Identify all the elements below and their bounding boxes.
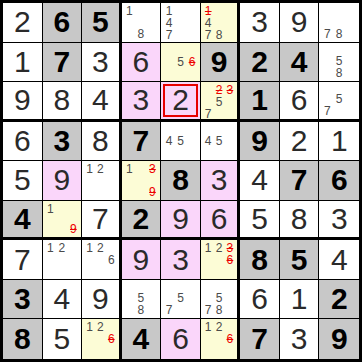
candidate-2: 2 [95,321,106,333]
empty-mark-slot [321,45,333,56]
entered-digit: 4 [251,165,268,195]
sudoku-board: 2651814714783978173656924589843223571657… [0,0,362,362]
pencil-marks: 57 [319,82,359,119]
empty-mark-slot [333,16,345,27]
cell-r4c9[interactable]: 1 [319,122,359,162]
pencil-marks: 58 [122,280,161,319]
cell-r7c2[interactable]: 12 [43,240,83,280]
cell-r9c6[interactable]: 126 [201,319,241,359]
candidate-8: 8 [214,304,225,316]
empty-mark-slot [345,55,357,67]
candidate-1: 1 [84,163,95,175]
cell-r4c7[interactable]: 9 [240,122,280,162]
cell-r8c7[interactable]: 6 [240,280,280,320]
cell-r6c5[interactable]: 9 [161,201,201,241]
entered-digit: 6 [251,284,268,314]
empty-mark-slot [106,175,117,186]
eliminated-candidate-3: 3 [224,84,235,96]
empty-mark-slot [203,266,214,277]
empty-mark-slot [186,292,198,304]
empty-mark-slot [345,105,357,117]
empty-mark-slot [124,17,136,28]
entered-digit: 9 [92,284,109,314]
cell-r9c5[interactable]: 6 [161,319,201,359]
empty-mark-slot [124,175,136,186]
cell-r9c7[interactable]: 7 [240,319,280,359]
empty-mark-slot [163,45,175,56]
cell-r1c1[interactable]: 2 [3,3,43,43]
entered-digit: 8 [92,126,109,156]
cell-r9c3[interactable]: 126 [82,319,122,359]
candidate-7: 7 [321,28,333,40]
candidate-2: 2 [95,242,106,254]
cell-r2c9[interactable]: 58 [319,43,359,83]
empty-mark-slot [68,266,80,277]
cell-r1c2[interactable]: 6 [43,3,83,43]
given-digit: 8 [14,324,31,354]
given-digit: 7 [251,324,268,354]
eliminated-candidate-9: 9 [68,223,80,235]
empty-mark-slot [186,68,198,79]
empty-mark-slot [163,282,175,293]
cell-r1c5[interactable]: 147 [161,3,201,43]
empty-mark-slot [163,147,175,158]
empty-mark-slot [147,5,159,17]
cell-r5c2[interactable]: 9 [43,161,83,201]
candidate-8: 8 [214,29,225,41]
cell-r5c5[interactable]: 8 [161,161,201,201]
cell-r4c3[interactable]: 8 [82,122,122,162]
cell-r3c5[interactable]: 2 [161,82,201,122]
eliminated-candidate-6: 6 [106,333,117,345]
candidate-6: 6 [106,254,117,266]
cell-r9c1[interactable]: 8 [3,319,43,359]
cell-r7c7[interactable]: 8 [240,240,280,280]
cell-r4c2[interactable]: 3 [43,122,83,162]
entered-digit: 6 [172,324,189,354]
empty-mark-slot [135,5,147,17]
empty-mark-slot [203,254,214,266]
empty-mark-slot [84,333,95,345]
empty-mark-slot [333,5,345,16]
cell-r2c1[interactable]: 1 [3,43,43,83]
candidate-8: 8 [135,304,147,316]
entered-digit: 5 [53,324,70,354]
empty-mark-slot [95,175,106,186]
empty-mark-slot [224,5,235,17]
cell-r5c7[interactable]: 4 [240,161,280,201]
pencil-marks: 57 [161,280,200,319]
entered-digit: 9 [133,245,150,275]
cell-r8c5[interactable]: 57 [161,280,201,320]
empty-mark-slot [186,304,198,316]
cell-r3c3[interactable]: 4 [82,82,122,122]
empty-mark-slot [147,17,159,28]
pencil-marks: 56 [161,43,200,82]
cell-r8c3[interactable]: 9 [82,280,122,320]
empty-mark-slot [203,333,214,345]
pencil-marks: 139 [122,161,161,200]
empty-mark-slot [186,5,198,17]
cell-r5c1[interactable]: 5 [3,161,43,201]
empty-mark-slot [214,333,225,345]
empty-mark-slot [84,254,95,266]
empty-mark-slot [224,304,235,316]
empty-mark-slot [214,108,225,120]
empty-mark-slot [214,254,225,266]
empty-mark-slot [214,345,225,357]
empty-mark-slot [95,333,106,345]
candidate-1: 1 [45,242,57,254]
empty-mark-slot [203,345,214,357]
cell-r2c5[interactable]: 56 [161,43,201,83]
cell-r5c6[interactable]: 3 [201,161,241,201]
cell-r8c8[interactable]: 1 [280,280,320,320]
empty-mark-slot [163,56,175,68]
pencil-marks: 578 [201,280,238,319]
cell-r3c6[interactable]: 2357 [201,82,241,122]
given-digit: 3 [53,126,70,156]
empty-mark-slot [84,186,95,197]
cell-r1c6[interactable]: 1478 [201,3,241,43]
empty-mark-slot [203,147,214,158]
pencil-marks: 45 [201,122,238,161]
given-digit: 9 [331,324,348,354]
eliminated-candidate-9: 9 [147,186,159,198]
cell-r9c4[interactable]: 4 [122,319,162,359]
eliminated-candidate-6: 6 [224,333,235,345]
given-digit: 3 [14,284,31,314]
empty-mark-slot [224,147,235,158]
empty-mark-slot [147,282,159,293]
cell-r2c7[interactable]: 2 [240,43,280,83]
entered-digit: 3 [172,245,189,275]
candidate-1: 1 [203,242,214,254]
cell-r7c4[interactable]: 9 [122,240,162,280]
cell-r7c9[interactable]: 4 [319,240,359,280]
empty-mark-slot [345,28,357,40]
entered-digit: 9 [14,85,31,115]
empty-mark-slot [321,55,333,67]
cell-r7c8[interactable]: 5 [280,240,320,280]
empty-mark-slot [224,96,235,108]
pencil-marks: 12 [82,161,119,200]
entered-digit: 6 [14,126,31,156]
entered-digit: 3 [133,85,150,115]
entered-digit: 9 [53,165,70,195]
pencil-marks: 18 [122,3,161,42]
cell-r5c9[interactable]: 6 [319,161,359,201]
cell-r9c9[interactable]: 9 [319,319,359,359]
pencil-marks: 1236 [201,240,238,279]
cell-r6c1[interactable]: 4 [3,201,43,241]
cell-r2c6[interactable]: 9 [201,43,241,83]
empty-mark-slot [106,186,117,197]
candidate-5: 5 [175,135,187,147]
pencil-marks: 126 [201,319,238,359]
candidate-2: 2 [56,242,68,254]
empty-mark-slot [68,242,80,254]
cell-r3c8[interactable]: 6 [280,82,320,122]
empty-mark-slot [321,16,333,27]
cell-r6c4[interactable]: 2 [122,201,162,241]
entered-digit: 8 [291,204,308,234]
pencil-marks: 126 [82,319,119,359]
candidate-8: 8 [333,67,345,79]
empty-mark-slot [321,84,333,93]
candidate-1: 1 [203,321,214,333]
entered-digit: 2 [14,7,31,37]
candidate-7: 7 [203,108,214,120]
empty-mark-slot [224,345,235,357]
cell-r6c7[interactable]: 5 [240,201,280,241]
cell-r3c9[interactable]: 57 [319,82,359,122]
candidate-4: 4 [203,135,214,147]
cell-r1c8[interactable]: 9 [280,3,320,43]
candidate-1: 1 [45,203,57,215]
empty-mark-slot [56,266,68,277]
candidate-2: 2 [214,242,225,254]
given-digit: 8 [172,165,189,195]
cell-r7c6[interactable]: 1236 [201,240,241,280]
empty-mark-slot [84,345,95,357]
empty-mark-slot [186,29,198,41]
empty-mark-slot [56,215,68,224]
empty-mark-slot [147,304,159,316]
cell-r2c3[interactable]: 3 [82,43,122,83]
cell-r1c9[interactable]: 78 [319,3,359,43]
cell-r6c9[interactable]: 3 [319,201,359,241]
candidate-5: 5 [214,96,225,108]
entered-digit: 9 [172,204,189,234]
candidate-7: 7 [163,304,175,316]
given-digit: 7 [291,165,308,195]
empty-mark-slot [186,135,198,147]
given-digit: 4 [14,204,31,234]
given-digit: 6 [53,7,70,37]
candidate-1: 1 [124,163,136,175]
given-digit: 2 [251,47,268,77]
given-digit: 8 [251,245,268,275]
empty-mark-slot [224,282,235,293]
cell-r7c3[interactable]: 126 [82,240,122,280]
empty-mark-slot [203,84,214,96]
pencil-marks: 1478 [201,3,238,42]
cell-r1c4[interactable]: 18 [122,3,162,43]
empty-mark-slot [95,266,106,277]
empty-mark-slot [106,345,117,357]
candidate-1: 1 [124,5,136,17]
empty-mark-slot [45,223,57,235]
empty-mark-slot [56,223,68,235]
empty-mark-slot [345,93,357,105]
empty-mark-slot [84,175,95,186]
entered-digit: 2 [291,126,308,156]
entered-digit: 4 [331,245,348,275]
given-digit: 5 [291,245,308,275]
cell-r4c4[interactable]: 7 [122,122,162,162]
given-digit: 4 [133,324,150,354]
empty-mark-slot [56,254,68,265]
cell-r5c4[interactable]: 139 [122,161,162,201]
entered-digit: 1 [331,126,348,156]
entered-digit: 2 [172,85,189,115]
pencil-marks: 147 [161,3,200,42]
cell-r4c6[interactable]: 45 [201,122,241,162]
empty-mark-slot [224,135,235,147]
cell-r3c1[interactable]: 9 [3,82,43,122]
empty-mark-slot [345,16,357,27]
given-digit: 5 [92,7,109,37]
entered-digit: 6 [211,204,228,234]
cell-r6c3[interactable]: 7 [82,201,122,241]
entered-digit: 5 [14,165,31,195]
empty-mark-slot [95,254,106,266]
given-digit: 7 [133,126,150,156]
entered-digit: 3 [211,165,228,195]
empty-mark-slot [124,282,136,293]
entered-digit: 6 [133,47,150,77]
cell-r6c8[interactable]: 8 [280,201,320,241]
empty-mark-slot [175,29,187,41]
empty-mark-slot [163,68,175,79]
candidate-7: 7 [203,29,214,41]
candidate-7: 7 [203,304,214,316]
cell-r8c9[interactable]: 2 [319,280,359,320]
cell-r4c5[interactable]: 45 [161,122,201,162]
entered-digit: 3 [291,324,308,354]
cell-r3c7[interactable]: 1 [240,82,280,122]
cell-r7c1[interactable]: 7 [3,240,43,280]
empty-mark-slot [106,163,117,175]
empty-mark-slot [175,304,187,316]
candidate-5: 5 [175,292,187,304]
empty-mark-slot [333,105,345,117]
cell-r3c2[interactable]: 8 [43,82,83,122]
given-digit: 6 [331,165,348,195]
empty-mark-slot [84,266,95,277]
empty-mark-slot [124,186,136,198]
eliminated-candidate-6: 6 [186,56,198,68]
cell-r6c2[interactable]: 19 [43,201,83,241]
cell-r9c8[interactable]: 3 [280,319,320,359]
entered-digit: 6 [291,85,308,115]
empty-mark-slot [175,5,187,17]
cell-r5c3[interactable]: 12 [82,161,122,201]
given-digit: 4 [291,47,308,77]
cell-r4c1[interactable]: 6 [3,122,43,162]
cell-r9c2[interactable]: 5 [43,319,83,359]
candidate-5: 5 [333,93,345,105]
entered-digit: 4 [53,284,70,314]
cell-r2c4[interactable]: 6 [122,43,162,83]
empty-mark-slot [345,45,357,56]
empty-mark-slot [214,266,225,277]
candidate-1: 1 [84,321,95,333]
cell-r8c4[interactable]: 58 [122,280,162,320]
entered-digit: 3 [92,47,109,77]
cell-r2c8[interactable]: 4 [280,43,320,83]
empty-mark-slot [345,84,357,93]
candidate-8: 8 [333,28,345,40]
entered-digit: 3 [331,204,348,234]
entered-digit: 9 [291,7,308,37]
entered-digit: 8 [53,85,70,115]
candidate-1: 1 [84,242,95,254]
given-digit: 1 [251,85,268,115]
empty-mark-slot [224,17,235,29]
cell-r5c8[interactable]: 7 [280,161,320,201]
pencil-marks: 2357 [201,82,238,119]
empty-mark-slot [175,68,187,79]
eliminated-candidate-6: 6 [224,254,235,266]
pencil-marks: 45 [161,122,200,161]
empty-mark-slot [135,17,147,28]
empty-mark-slot [186,17,198,29]
candidate-7: 7 [163,29,175,41]
pencil-marks: 126 [82,240,119,279]
entered-digit: 1 [14,47,31,77]
empty-mark-slot [45,254,57,265]
empty-mark-slot [321,5,333,16]
candidate-7: 7 [321,105,333,117]
cell-r4c8[interactable]: 2 [280,122,320,162]
candidate-4: 4 [163,135,175,147]
empty-mark-slot [224,266,235,277]
cell-r1c7[interactable]: 3 [240,3,280,43]
cell-r8c6[interactable]: 578 [201,280,241,320]
empty-mark-slot [321,93,333,105]
cell-r6c6[interactable]: 6 [201,201,241,241]
empty-mark-slot [135,175,147,186]
empty-mark-slot [175,17,187,29]
empty-mark-slot [56,203,68,215]
cell-r7c5[interactable]: 3 [161,240,201,280]
empty-mark-slot [147,28,159,40]
empty-mark-slot [345,5,357,16]
empty-mark-slot [203,282,214,293]
empty-mark-slot [106,266,117,277]
empty-mark-slot [224,124,235,135]
empty-mark-slot [214,147,225,158]
candidate-2: 2 [95,163,106,175]
empty-mark-slot [224,29,235,41]
empty-mark-slot [95,186,106,197]
empty-mark-slot [186,147,198,158]
given-digit: 9 [251,126,268,156]
pencil-marks: 12 [43,240,82,279]
empty-mark-slot [124,28,136,40]
cell-r8c1[interactable]: 3 [3,280,43,320]
entered-digit: 1 [291,284,308,314]
empty-mark-slot [45,215,57,224]
cell-r2c2[interactable]: 7 [43,43,83,83]
cell-r8c2[interactable]: 4 [43,280,83,320]
empty-mark-slot [186,124,198,135]
given-digit: 2 [133,204,150,234]
empty-mark-slot [224,292,235,304]
cell-r1c3[interactable]: 5 [82,3,122,43]
empty-mark-slot [224,108,235,120]
pencil-marks: 78 [319,3,359,42]
given-digit: 2 [331,284,348,314]
empty-mark-slot [95,345,106,357]
pencil-marks: 19 [43,201,82,238]
empty-mark-slot [124,304,136,316]
pencil-marks: 58 [319,43,359,82]
candidate-8: 8 [135,28,147,40]
cell-r3c4[interactable]: 3 [122,82,162,122]
